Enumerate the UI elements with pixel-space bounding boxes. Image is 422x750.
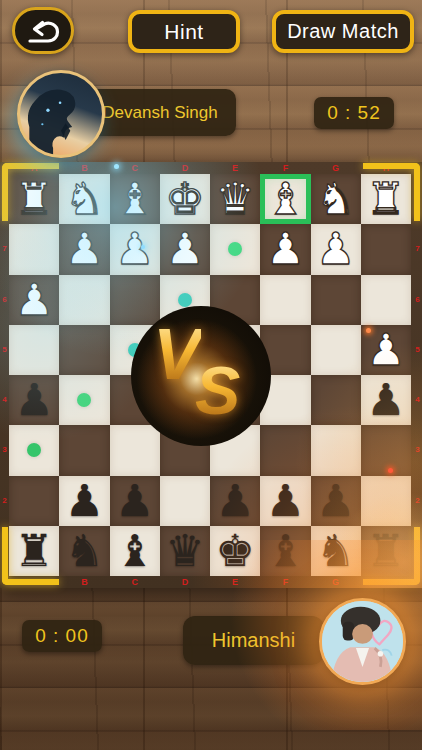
rank-label-right-4: 4 [413,375,422,425]
black-bishop-f1: ♝ [266,526,305,576]
square-e2[interactable]: ♟ [210,476,260,526]
rank-label-left-7: 7 [0,224,9,274]
square-g8[interactable]: ♞ [311,174,361,224]
top-player-avatar [17,70,105,158]
rank-label-right-3: 3 [413,425,422,475]
rank-label-right-5: 5 [413,325,422,375]
file-label-bottom-c: C [110,576,160,588]
black-king-e1: ♚ [215,526,254,576]
white-pawn-b7: ♟ [65,224,104,274]
bottom-player-timer: 0 : 00 [22,620,102,652]
white-king-d8: ♚ [165,174,204,224]
move-dot-d6[interactable] [178,293,192,307]
rank-label-right-2: 2 [413,476,422,526]
black-pawn-c2: ♟ [115,476,154,526]
vs-letter-s: S [195,356,240,424]
white-queen-e8: ♛ [215,174,254,224]
top-player-name-plate: Devansh Singh [84,89,236,136]
hint-button[interactable]: Hint [128,10,240,53]
black-pawn-b2: ♟ [65,476,104,526]
rank-label-right-6: 6 [413,275,422,325]
white-knight-b8: ♞ [65,174,104,224]
square-g4[interactable] [311,375,361,425]
board-corner-highlight-a1 [2,527,59,585]
back-button[interactable] [12,7,74,54]
file-label-top-c: C [110,162,160,174]
vs-badge: V S [131,306,271,446]
square-a2[interactable] [9,476,59,526]
black-queen-d1: ♛ [165,526,204,576]
white-pawn-a6: ♟ [14,275,53,325]
square-h5[interactable]: ♟ [361,325,411,375]
square-e8[interactable]: ♛ [210,174,260,224]
black-pawn-a4: ♟ [14,375,53,425]
white-pawn-f7: ♟ [266,224,305,274]
square-h2[interactable] [361,476,411,526]
square-a5[interactable] [9,325,59,375]
board-corner-highlight-a8 [2,163,59,221]
square-b7[interactable]: ♟ [59,224,109,274]
square-g6[interactable] [311,275,361,325]
white-bishop-f8: ♝ [266,174,305,224]
rank-label-left-5: 5 [0,325,9,375]
top-player-timer: 0 : 52 [314,97,394,129]
square-f7[interactable]: ♟ [260,224,310,274]
board-corner-highlight-h1 [363,527,420,585]
square-c2[interactable]: ♟ [110,476,160,526]
square-f1[interactable]: ♝ [260,526,310,576]
vs-letter-v: V [153,318,201,390]
square-e1[interactable]: ♚ [210,526,260,576]
square-h7[interactable] [361,224,411,274]
square-g7[interactable]: ♟ [311,224,361,274]
undo-back-arrow-icon [23,16,63,46]
file-label-top-g: G [311,162,361,174]
square-a7[interactable] [9,224,59,274]
file-label-bottom-g: G [311,576,361,588]
black-knight-g1: ♞ [316,526,355,576]
square-d8[interactable]: ♚ [160,174,210,224]
square-h6[interactable] [361,275,411,325]
square-b6[interactable] [59,275,109,325]
square-b8[interactable]: ♞ [59,174,109,224]
file-label-bottom-d: D [160,576,210,588]
square-g1[interactable]: ♞ [311,526,361,576]
bottom-player-name-plate: Himanshi [183,616,324,665]
white-pawn-c7: ♟ [115,224,154,274]
white-knight-g8: ♞ [316,174,355,224]
square-b1[interactable]: ♞ [59,526,109,576]
draw-match-button[interactable]: Draw Match [272,10,414,53]
square-f6[interactable] [260,275,310,325]
square-c8[interactable]: ♝ [110,174,160,224]
rank-label-left-3: 3 [0,425,9,475]
square-d7[interactable]: ♟ [160,224,210,274]
rank-label-left-4: 4 [0,375,9,425]
file-label-top-e: E [210,162,260,174]
square-a6[interactable]: ♟ [9,275,59,325]
rank-label-left-2: 2 [0,476,9,526]
file-label-top-f: F [260,162,310,174]
file-label-top-b: B [59,162,109,174]
square-a4[interactable]: ♟ [9,375,59,425]
square-g5[interactable] [311,325,361,375]
square-c6[interactable] [110,275,160,325]
rank-label-right-7: 7 [413,224,422,274]
white-pawn-h5: ♟ [366,325,405,375]
black-pawn-f2: ♟ [266,476,305,526]
square-b3[interactable] [59,425,109,475]
file-label-bottom-e: E [210,576,260,588]
file-label-bottom-b: B [59,576,109,588]
square-h4[interactable]: ♟ [361,375,411,425]
square-c7[interactable]: ♟ [110,224,160,274]
bottom-player-avatar [319,598,406,685]
white-bishop-c8: ♝ [115,174,154,224]
black-pawn-e2: ♟ [215,476,254,526]
file-label-top-d: D [160,162,210,174]
chess-app-screen: { "toolbar": { "back_icon": "undo-back-a… [0,0,422,750]
square-d1[interactable]: ♛ [160,526,210,576]
black-pawn-h4: ♟ [366,375,405,425]
square-f2[interactable]: ♟ [260,476,310,526]
black-bishop-c1: ♝ [115,526,154,576]
board-corner-highlight-h8 [363,163,420,221]
black-pawn-g2: ♟ [316,476,355,526]
white-pawn-g7: ♟ [316,224,355,274]
square-b2[interactable]: ♟ [59,476,109,526]
square-f3[interactable] [260,425,310,475]
square-g3[interactable] [311,425,361,475]
black-knight-b1: ♞ [65,526,104,576]
rank-label-left-6: 6 [0,275,9,325]
square-c1[interactable]: ♝ [110,526,160,576]
file-label-bottom-f: F [260,576,310,588]
square-g2[interactable]: ♟ [311,476,361,526]
square-d2[interactable] [160,476,210,526]
square-f8[interactable]: ♝ [260,174,310,224]
square-h3[interactable] [361,425,411,475]
square-b5[interactable] [59,325,109,375]
square-c3[interactable] [110,425,160,475]
white-pawn-d7: ♟ [165,224,204,274]
